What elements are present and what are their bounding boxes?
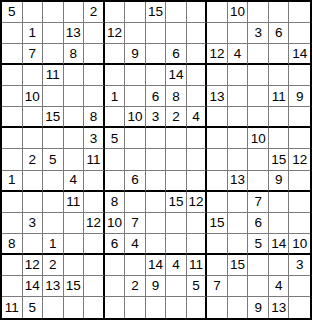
cell-r2c3[interactable] — [43, 23, 64, 44]
cell-r12c4[interactable] — [64, 234, 85, 255]
cell-r14c15[interactable] — [289, 276, 310, 297]
cell-r1c10[interactable] — [187, 2, 208, 23]
cell-r2c12[interactable] — [228, 23, 249, 44]
cell-r5c9[interactable]: 8 — [166, 86, 187, 107]
cell-r1c14[interactable] — [269, 2, 290, 23]
cell-r15c3[interactable] — [43, 297, 64, 318]
cell-r12c7[interactable]: 4 — [125, 234, 146, 255]
cell-r2c11[interactable] — [207, 23, 228, 44]
cell-r6c9[interactable]: 2 — [166, 107, 187, 128]
cell-r1c7[interactable] — [125, 2, 146, 23]
cell-r7c5[interactable]: 3 — [84, 128, 105, 149]
cell-r9c6[interactable] — [105, 171, 126, 192]
cell-r2c7[interactable] — [125, 23, 146, 44]
cell-r3c13[interactable] — [248, 44, 269, 65]
sudoku-board: 5215101131236789612414111410168131191581… — [0, 0, 312, 320]
cell-r7c6[interactable]: 5 — [105, 128, 126, 149]
cell-r1c6[interactable] — [105, 2, 126, 23]
cell-r6c7[interactable]: 10 — [125, 107, 146, 128]
cell-r8c9[interactable] — [166, 149, 187, 170]
cell-r7c8[interactable] — [146, 128, 167, 149]
cell-r7c4[interactable] — [64, 128, 85, 149]
cell-r8c13[interactable] — [248, 149, 269, 170]
cell-r6c3[interactable]: 15 — [43, 107, 64, 128]
cell-r10c15[interactable] — [289, 192, 310, 213]
cell-r5c10[interactable] — [187, 86, 208, 107]
cell-r13c2[interactable]: 12 — [23, 255, 44, 276]
cell-r11c1[interactable] — [2, 213, 23, 234]
cell-r8c1[interactable] — [2, 149, 23, 170]
cell-r14c8[interactable]: 9 — [146, 276, 167, 297]
cell-r6c4[interactable] — [64, 107, 85, 128]
cell-r4c10[interactable] — [187, 65, 208, 86]
cell-r13c15[interactable]: 3 — [289, 255, 310, 276]
cell-r2c6[interactable]: 12 — [105, 23, 126, 44]
cell-r14c5[interactable] — [84, 276, 105, 297]
cell-r13c1[interactable] — [2, 255, 23, 276]
cell-r4c14[interactable] — [269, 65, 290, 86]
cell-r9c14[interactable]: 9 — [269, 171, 290, 192]
cell-r11c2[interactable]: 3 — [23, 213, 44, 234]
cell-r2c10[interactable] — [187, 23, 208, 44]
cell-r1c9[interactable] — [166, 2, 187, 23]
cell-r3c11[interactable]: 12 — [207, 44, 228, 65]
cell-r5c15[interactable]: 9 — [289, 86, 310, 107]
cell-r3c12[interactable]: 4 — [228, 44, 249, 65]
cell-r15c10[interactable] — [187, 297, 208, 318]
cell-r1c1[interactable]: 5 — [2, 2, 23, 23]
cell-r14c7[interactable]: 2 — [125, 276, 146, 297]
cell-r7c11[interactable] — [207, 128, 228, 149]
cell-r4c8[interactable] — [146, 65, 167, 86]
cell-r8c3[interactable]: 5 — [43, 149, 64, 170]
cell-r5c5[interactable] — [84, 86, 105, 107]
cell-r5c14[interactable]: 11 — [269, 86, 290, 107]
cell-r13c9[interactable]: 4 — [166, 255, 187, 276]
cell-r1c11[interactable] — [207, 2, 228, 23]
cell-r4c9[interactable]: 14 — [166, 65, 187, 86]
cell-r9c3[interactable] — [43, 171, 64, 192]
cell-r13c12[interactable]: 15 — [228, 255, 249, 276]
cell-r8c14[interactable]: 15 — [269, 149, 290, 170]
cell-r10c11[interactable] — [207, 192, 228, 213]
cell-r9c10[interactable] — [187, 171, 208, 192]
cell-r6c12[interactable] — [228, 107, 249, 128]
cell-r11c13[interactable]: 6 — [248, 213, 269, 234]
cell-r6c15[interactable] — [289, 107, 310, 128]
cell-r6c13[interactable] — [248, 107, 269, 128]
cell-r6c10[interactable]: 4 — [187, 107, 208, 128]
cell-r6c5[interactable]: 8 — [84, 107, 105, 128]
cell-r13c14[interactable] — [269, 255, 290, 276]
cell-r15c1[interactable]: 11 — [2, 297, 23, 318]
cell-r1c4[interactable] — [64, 2, 85, 23]
cell-r8c15[interactable]: 12 — [289, 149, 310, 170]
cell-r14c13[interactable] — [248, 276, 269, 297]
cell-r3c10[interactable] — [187, 44, 208, 65]
cell-r12c6[interactable]: 6 — [105, 234, 126, 255]
cell-r5c11[interactable]: 13 — [207, 86, 228, 107]
cell-r11c4[interactable] — [64, 213, 85, 234]
cell-r14c12[interactable] — [228, 276, 249, 297]
cell-r4c1[interactable] — [2, 65, 23, 86]
cell-r6c8[interactable]: 3 — [146, 107, 167, 128]
cell-r1c15[interactable] — [289, 2, 310, 23]
cell-r14c11[interactable]: 7 — [207, 276, 228, 297]
cell-r8c12[interactable] — [228, 149, 249, 170]
cell-r9c1[interactable]: 1 — [2, 171, 23, 192]
cell-r11c3[interactable] — [43, 213, 64, 234]
cell-r10c10[interactable]: 12 — [187, 192, 208, 213]
cell-r5c3[interactable] — [43, 86, 64, 107]
cell-r12c14[interactable]: 14 — [269, 234, 290, 255]
cell-r8c11[interactable] — [207, 149, 228, 170]
cell-r3c15[interactable]: 14 — [289, 44, 310, 65]
cell-r11c8[interactable] — [146, 213, 167, 234]
cell-r10c7[interactable] — [125, 192, 146, 213]
cell-r15c11[interactable] — [207, 297, 228, 318]
cell-r5c2[interactable]: 10 — [23, 86, 44, 107]
cell-r8c2[interactable]: 2 — [23, 149, 44, 170]
cell-r13c13[interactable] — [248, 255, 269, 276]
cell-r3c14[interactable] — [269, 44, 290, 65]
cell-r9c12[interactable]: 13 — [228, 171, 249, 192]
cell-r7c12[interactable] — [228, 128, 249, 149]
cell-r7c3[interactable] — [43, 128, 64, 149]
cell-r9c11[interactable] — [207, 171, 228, 192]
cell-r3c5[interactable] — [84, 44, 105, 65]
cell-r15c12[interactable] — [228, 297, 249, 318]
cell-r1c13[interactable] — [248, 2, 269, 23]
cell-r3c6[interactable] — [105, 44, 126, 65]
cell-r13c6[interactable] — [105, 255, 126, 276]
cell-r8c7[interactable] — [125, 149, 146, 170]
cell-r6c2[interactable] — [23, 107, 44, 128]
cell-r15c2[interactable]: 5 — [23, 297, 44, 318]
cell-r2c1[interactable] — [2, 23, 23, 44]
cell-r9c7[interactable]: 6 — [125, 171, 146, 192]
cell-r14c2[interactable]: 14 — [23, 276, 44, 297]
cell-r7c13[interactable]: 10 — [248, 128, 269, 149]
cell-r8c6[interactable] — [105, 149, 126, 170]
cell-r5c4[interactable] — [64, 86, 85, 107]
cell-r11c10[interactable] — [187, 213, 208, 234]
cell-r2c9[interactable] — [166, 23, 187, 44]
cell-r10c5[interactable] — [84, 192, 105, 213]
cell-r9c5[interactable] — [84, 171, 105, 192]
cell-r14c6[interactable] — [105, 276, 126, 297]
cell-r3c2[interactable]: 7 — [23, 44, 44, 65]
cell-r10c3[interactable] — [43, 192, 64, 213]
cell-r13c8[interactable]: 14 — [146, 255, 167, 276]
cell-r11c14[interactable] — [269, 213, 290, 234]
cell-r14c14[interactable]: 4 — [269, 276, 290, 297]
cell-r5c12[interactable] — [228, 86, 249, 107]
cell-r9c2[interactable] — [23, 171, 44, 192]
cell-r9c13[interactable] — [248, 171, 269, 192]
cell-r4c7[interactable] — [125, 65, 146, 86]
cell-r15c6[interactable] — [105, 297, 126, 318]
cell-r10c13[interactable]: 7 — [248, 192, 269, 213]
cell-r7c9[interactable] — [166, 128, 187, 149]
cell-r1c8[interactable]: 15 — [146, 2, 167, 23]
cell-r1c5[interactable]: 2 — [84, 2, 105, 23]
cell-r15c8[interactable] — [146, 297, 167, 318]
cell-r13c7[interactable] — [125, 255, 146, 276]
cell-r2c15[interactable] — [289, 23, 310, 44]
cell-r14c10[interactable]: 5 — [187, 276, 208, 297]
cell-r5c7[interactable] — [125, 86, 146, 107]
cell-r2c2[interactable]: 1 — [23, 23, 44, 44]
cell-r4c6[interactable] — [105, 65, 126, 86]
cell-r5c8[interactable]: 6 — [146, 86, 167, 107]
cell-r15c7[interactable] — [125, 297, 146, 318]
cell-r5c1[interactable] — [2, 86, 23, 107]
cell-r10c1[interactable] — [2, 192, 23, 213]
cell-r15c5[interactable] — [84, 297, 105, 318]
cell-r7c7[interactable] — [125, 128, 146, 149]
cell-r5c13[interactable] — [248, 86, 269, 107]
cell-r12c8[interactable] — [146, 234, 167, 255]
cell-r1c2[interactable] — [23, 2, 44, 23]
cell-r10c14[interactable] — [269, 192, 290, 213]
cell-r6c6[interactable] — [105, 107, 126, 128]
cell-r11c5[interactable]: 12 — [84, 213, 105, 234]
cell-r9c4[interactable]: 4 — [64, 171, 85, 192]
cell-r4c2[interactable] — [23, 65, 44, 86]
cell-r15c13[interactable]: 9 — [248, 297, 269, 318]
cell-r6c11[interactable] — [207, 107, 228, 128]
cell-r10c4[interactable]: 11 — [64, 192, 85, 213]
cell-r1c12[interactable]: 10 — [228, 2, 249, 23]
cell-r15c15[interactable] — [289, 297, 310, 318]
cell-r3c9[interactable]: 6 — [166, 44, 187, 65]
cell-r6c14[interactable] — [269, 107, 290, 128]
cell-r8c5[interactable]: 11 — [84, 149, 105, 170]
cell-r14c4[interactable]: 15 — [64, 276, 85, 297]
cell-r2c8[interactable] — [146, 23, 167, 44]
cell-r4c15[interactable] — [289, 65, 310, 86]
cell-r12c5[interactable] — [84, 234, 105, 255]
cell-r2c5[interactable] — [84, 23, 105, 44]
cell-r11c7[interactable]: 7 — [125, 213, 146, 234]
cell-r9c15[interactable] — [289, 171, 310, 192]
cell-r7c15[interactable] — [289, 128, 310, 149]
cell-r8c8[interactable] — [146, 149, 167, 170]
cell-r2c4[interactable]: 13 — [64, 23, 85, 44]
cell-r12c12[interactable] — [228, 234, 249, 255]
cell-r12c13[interactable]: 5 — [248, 234, 269, 255]
cell-r15c14[interactable]: 13 — [269, 297, 290, 318]
cell-r15c4[interactable] — [64, 297, 85, 318]
cell-r15c9[interactable] — [166, 297, 187, 318]
cell-r7c10[interactable] — [187, 128, 208, 149]
cell-r7c2[interactable] — [23, 128, 44, 149]
cell-r3c1[interactable] — [2, 44, 23, 65]
cell-r11c11[interactable]: 15 — [207, 213, 228, 234]
cell-r3c4[interactable]: 8 — [64, 44, 85, 65]
cell-r4c11[interactable] — [207, 65, 228, 86]
cell-r12c9[interactable] — [166, 234, 187, 255]
cell-r13c11[interactable] — [207, 255, 228, 276]
cell-r12c11[interactable] — [207, 234, 228, 255]
cell-r7c14[interactable] — [269, 128, 290, 149]
cell-r2c14[interactable]: 6 — [269, 23, 290, 44]
cell-r3c7[interactable]: 9 — [125, 44, 146, 65]
cell-r4c13[interactable] — [248, 65, 269, 86]
cell-r2c13[interactable]: 3 — [248, 23, 269, 44]
cell-r12c2[interactable] — [23, 234, 44, 255]
cell-r10c8[interactable] — [146, 192, 167, 213]
cell-r12c15[interactable]: 10 — [289, 234, 310, 255]
cell-r14c1[interactable] — [2, 276, 23, 297]
cell-r12c3[interactable]: 1 — [43, 234, 64, 255]
cell-r11c9[interactable] — [166, 213, 187, 234]
cell-r14c9[interactable] — [166, 276, 187, 297]
cell-r10c2[interactable] — [23, 192, 44, 213]
cell-r6c1[interactable] — [2, 107, 23, 128]
cell-r3c3[interactable] — [43, 44, 64, 65]
cell-r11c15[interactable] — [289, 213, 310, 234]
cell-r13c5[interactable] — [84, 255, 105, 276]
cell-r12c10[interactable] — [187, 234, 208, 255]
cell-r10c9[interactable]: 15 — [166, 192, 187, 213]
cell-r1c3[interactable] — [43, 2, 64, 23]
cell-r8c10[interactable] — [187, 149, 208, 170]
cell-r13c4[interactable] — [64, 255, 85, 276]
cell-r4c4[interactable] — [64, 65, 85, 86]
cell-r4c3[interactable]: 11 — [43, 65, 64, 86]
cell-r11c6[interactable]: 10 — [105, 213, 126, 234]
cell-r14c3[interactable]: 13 — [43, 276, 64, 297]
cell-r10c6[interactable]: 8 — [105, 192, 126, 213]
cell-r13c3[interactable]: 2 — [43, 255, 64, 276]
cell-r10c12[interactable] — [228, 192, 249, 213]
cell-r8c4[interactable] — [64, 149, 85, 170]
cell-r3c8[interactable] — [146, 44, 167, 65]
cell-r9c8[interactable] — [146, 171, 167, 192]
cell-r9c9[interactable] — [166, 171, 187, 192]
cell-r12c1[interactable]: 8 — [2, 234, 23, 255]
cell-r7c1[interactable] — [2, 128, 23, 149]
cell-r11c12[interactable] — [228, 213, 249, 234]
cell-r13c10[interactable]: 11 — [187, 255, 208, 276]
cell-r4c5[interactable] — [84, 65, 105, 86]
cell-r4c12[interactable] — [228, 65, 249, 86]
cell-r5c6[interactable]: 1 — [105, 86, 126, 107]
